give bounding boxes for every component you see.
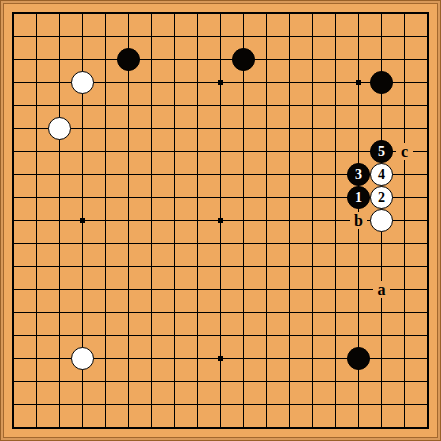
intersection-L17 — [232, 48, 255, 71]
intersection-K3 — [209, 370, 232, 393]
grid-line-vertical — [289, 13, 290, 25]
grid-line-vertical — [381, 13, 382, 25]
grid-line-horizontal — [13, 82, 25, 83]
intersection-R14 — [370, 117, 393, 140]
intersection-G8 — [140, 255, 163, 278]
grid-line-vertical — [36, 186, 37, 209]
grid-line-vertical — [243, 117, 244, 140]
grid-line-vertical — [335, 209, 336, 232]
intersection-L1 — [232, 416, 255, 439]
grid-line-vertical — [82, 13, 83, 25]
intersection-H11 — [163, 186, 186, 209]
grid-line-vertical — [289, 140, 290, 163]
intersection-Q7 — [347, 278, 370, 301]
grid-line-vertical — [335, 25, 336, 48]
grid-line-vertical — [266, 347, 267, 370]
grid-line-vertical — [220, 13, 221, 25]
grid-line-vertical — [59, 186, 60, 209]
grid-line-vertical — [335, 117, 336, 140]
grid-line-vertical — [59, 255, 60, 278]
grid-line-vertical — [404, 278, 405, 301]
grid-line-vertical — [266, 71, 267, 94]
intersection-E14 — [94, 117, 117, 140]
intersection-S6 — [393, 301, 416, 324]
grid-line-horizontal — [13, 289, 25, 290]
intersection-R8 — [370, 255, 393, 278]
intersection-L4 — [232, 347, 255, 370]
intersection-S11 — [393, 186, 416, 209]
intersection-P7 — [324, 278, 347, 301]
grid-line-vertical — [404, 393, 405, 416]
grid-line-vertical — [105, 71, 106, 94]
intersection-N3 — [278, 370, 301, 393]
intersection-J19 — [186, 2, 209, 25]
intersection-A7 — [2, 278, 25, 301]
grid-line-vertical — [151, 393, 152, 416]
intersection-H14 — [163, 117, 186, 140]
intersection-J17 — [186, 48, 209, 71]
grid-line-vertical — [197, 255, 198, 278]
intersection-O10 — [301, 209, 324, 232]
grid-line-vertical — [36, 416, 37, 428]
grid-line-vertical — [312, 186, 313, 209]
grid-line-vertical — [174, 278, 175, 301]
intersection-B17 — [25, 48, 48, 71]
grid-line-vertical — [151, 232, 152, 255]
grid-line-vertical — [82, 232, 83, 255]
grid-line-vertical — [36, 393, 37, 416]
intersection-B12 — [25, 163, 48, 186]
grid-line-vertical — [220, 232, 221, 255]
intersection-O6 — [301, 301, 324, 324]
grid-line-vertical — [243, 13, 244, 25]
point-label-a: a — [373, 281, 390, 298]
intersection-G6 — [140, 301, 163, 324]
grid-line-vertical — [335, 94, 336, 117]
grid-line-vertical — [427, 255, 428, 278]
grid-line-vertical — [151, 209, 152, 232]
grid-line-vertical — [174, 324, 175, 347]
grid-line-vertical — [13, 25, 14, 48]
intersection-P12 — [324, 163, 347, 186]
intersection-J11 — [186, 186, 209, 209]
grid-line-vertical — [151, 71, 152, 94]
intersection-N9 — [278, 232, 301, 255]
grid-line-vertical — [427, 416, 428, 428]
intersection-D5 — [71, 324, 94, 347]
grid-line-vertical — [266, 186, 267, 209]
grid-line-vertical — [266, 163, 267, 186]
intersection-H2 — [163, 393, 186, 416]
grid-line-vertical — [13, 13, 14, 25]
intersection-F12 — [117, 163, 140, 186]
intersection-N11 — [278, 186, 301, 209]
intersection-N14 — [278, 117, 301, 140]
intersection-L18 — [232, 25, 255, 48]
intersection-B15 — [25, 94, 48, 117]
intersection-C10 — [48, 209, 71, 232]
intersection-P8 — [324, 255, 347, 278]
intersection-J7 — [186, 278, 209, 301]
grid-line-vertical — [128, 301, 129, 324]
intersection-P19 — [324, 2, 347, 25]
grid-line-vertical — [13, 186, 14, 209]
star-point-K4 — [218, 356, 223, 361]
grid-line-vertical — [427, 393, 428, 416]
grid-line-vertical — [266, 255, 267, 278]
intersection-L15 — [232, 94, 255, 117]
intersection-F16 — [117, 71, 140, 94]
grid-line-vertical — [128, 25, 129, 48]
intersection-E2 — [94, 393, 117, 416]
grid-line-vertical — [59, 94, 60, 117]
intersection-K18 — [209, 25, 232, 48]
grid-line-vertical — [128, 324, 129, 347]
grid-line-vertical — [151, 140, 152, 163]
intersection-A16 — [2, 71, 25, 94]
intersection-A15 — [2, 94, 25, 117]
intersection-M16 — [255, 71, 278, 94]
intersection-E6 — [94, 301, 117, 324]
grid-line-vertical — [174, 301, 175, 324]
grid-line-vertical — [174, 232, 175, 255]
grid-line-vertical — [36, 163, 37, 186]
grid-line-vertical — [289, 186, 290, 209]
intersection-H10 — [163, 209, 186, 232]
grid-line-vertical — [36, 324, 37, 347]
grid-line-horizontal — [13, 404, 25, 405]
grid-line-vertical — [312, 301, 313, 324]
grid-line-vertical — [289, 370, 290, 393]
intersection-L19 — [232, 2, 255, 25]
intersection-S18 — [393, 25, 416, 48]
grid-line-vertical — [427, 13, 428, 25]
intersection-S4 — [393, 347, 416, 370]
intersection-G5 — [140, 324, 163, 347]
intersection-N10 — [278, 209, 301, 232]
intersection-O3 — [301, 370, 324, 393]
intersection-K6 — [209, 301, 232, 324]
grid-line-vertical — [266, 48, 267, 71]
grid-line-vertical — [427, 48, 428, 71]
grid-line-vertical — [220, 94, 221, 117]
grid-line-horizontal — [13, 335, 25, 336]
intersection-T8 — [416, 255, 439, 278]
intersection-G7 — [140, 278, 163, 301]
intersection-N7 — [278, 278, 301, 301]
intersection-M10 — [255, 209, 278, 232]
grid-line-vertical — [59, 347, 60, 370]
grid-line-vertical — [220, 255, 221, 278]
intersection-D14 — [71, 117, 94, 140]
grid-line-vertical — [381, 301, 382, 324]
grid-line-vertical — [335, 13, 336, 25]
intersection-E4 — [94, 347, 117, 370]
intersection-E8 — [94, 255, 117, 278]
grid-line-vertical — [128, 209, 129, 232]
intersection-N8 — [278, 255, 301, 278]
grid-line-vertical — [197, 117, 198, 140]
grid-line-vertical — [404, 324, 405, 347]
grid-line-vertical — [358, 48, 359, 71]
black-stone-F17 — [117, 48, 140, 71]
grid-line-vertical — [197, 186, 198, 209]
grid-line-horizontal — [13, 427, 25, 428]
grid-line-vertical — [220, 278, 221, 301]
intersection-Q5 — [347, 324, 370, 347]
grid-line-vertical — [427, 232, 428, 255]
intersection-B19 — [25, 2, 48, 25]
grid-line-vertical — [381, 48, 382, 71]
intersection-M8 — [255, 255, 278, 278]
intersection-M7 — [255, 278, 278, 301]
grid-line-vertical — [381, 255, 382, 278]
intersection-J8 — [186, 255, 209, 278]
intersection-T1 — [416, 416, 439, 439]
intersection-T18 — [416, 25, 439, 48]
intersection-T13 — [416, 140, 439, 163]
intersection-Q16 — [347, 71, 370, 94]
grid-line-vertical — [312, 347, 313, 370]
intersection-P3 — [324, 370, 347, 393]
intersection-Q17 — [347, 48, 370, 71]
grid-line-vertical — [105, 278, 106, 301]
intersection-F5 — [117, 324, 140, 347]
grid-line-vertical — [174, 393, 175, 416]
intersection-S10 — [393, 209, 416, 232]
grid-line-vertical — [174, 416, 175, 428]
grid-line-vertical — [381, 347, 382, 370]
grid-line-vertical — [174, 71, 175, 94]
white-stone-R10 — [370, 209, 393, 232]
intersection-N4 — [278, 347, 301, 370]
grid-line-vertical — [82, 163, 83, 186]
black-stone-Q4 — [347, 347, 370, 370]
grid-line-vertical — [312, 48, 313, 71]
intersection-D18 — [71, 25, 94, 48]
grid-line-vertical — [105, 48, 106, 71]
grid-line-vertical — [289, 48, 290, 71]
intersection-J18 — [186, 25, 209, 48]
white-stone-C14 — [48, 117, 71, 140]
intersection-O12 — [301, 163, 324, 186]
intersection-N16 — [278, 71, 301, 94]
intersection-H15 — [163, 94, 186, 117]
intersection-B5 — [25, 324, 48, 347]
intersection-D7 — [71, 278, 94, 301]
intersection-K14 — [209, 117, 232, 140]
grid-line-vertical — [13, 140, 14, 163]
grid-line-vertical — [243, 232, 244, 255]
grid-line-horizontal — [13, 266, 25, 267]
grid-line-vertical — [335, 255, 336, 278]
grid-line-vertical — [197, 232, 198, 255]
grid-line-vertical — [59, 140, 60, 163]
grid-line-vertical — [243, 94, 244, 117]
grid-line-vertical — [243, 370, 244, 393]
intersection-F3 — [117, 370, 140, 393]
intersection-G19 — [140, 2, 163, 25]
grid-line-vertical — [289, 324, 290, 347]
grid-line-vertical — [82, 186, 83, 209]
intersection-Q8 — [347, 255, 370, 278]
intersection-G3 — [140, 370, 163, 393]
grid-line-vertical — [151, 370, 152, 393]
intersection-J16 — [186, 71, 209, 94]
intersection-C1 — [48, 416, 71, 439]
grid-line-vertical — [82, 324, 83, 347]
intersection-A3 — [2, 370, 25, 393]
intersection-S9 — [393, 232, 416, 255]
point-label-b: b — [350, 212, 367, 229]
grid-line-vertical — [427, 163, 428, 186]
grid-line-vertical — [197, 416, 198, 428]
grid-line-vertical — [105, 347, 106, 370]
grid-line-vertical — [151, 94, 152, 117]
intersection-Q15 — [347, 94, 370, 117]
grid-line-vertical — [381, 370, 382, 393]
intersection-E5 — [94, 324, 117, 347]
intersection-B4 — [25, 347, 48, 370]
intersection-P15 — [324, 94, 347, 117]
intersection-Q14 — [347, 117, 370, 140]
intersection-H13 — [163, 140, 186, 163]
intersection-G12 — [140, 163, 163, 186]
grid-line-vertical — [243, 71, 244, 94]
intersection-T7 — [416, 278, 439, 301]
grid-line-vertical — [197, 209, 198, 232]
grid-line-vertical — [243, 25, 244, 48]
grid-line-vertical — [335, 140, 336, 163]
grid-line-vertical — [128, 278, 129, 301]
intersection-H8 — [163, 255, 186, 278]
intersection-K17 — [209, 48, 232, 71]
grid-line-vertical — [289, 232, 290, 255]
intersection-B18 — [25, 25, 48, 48]
grid-line-vertical — [59, 48, 60, 71]
intersection-J12 — [186, 163, 209, 186]
intersection-J4 — [186, 347, 209, 370]
grid-line-vertical — [243, 255, 244, 278]
grid-line-vertical — [335, 278, 336, 301]
grid-line-vertical — [289, 278, 290, 301]
intersection-B1 — [25, 416, 48, 439]
intersection-F17 — [117, 48, 140, 71]
intersection-O14 — [301, 117, 324, 140]
intersection-O7 — [301, 278, 324, 301]
intersection-A12 — [2, 163, 25, 186]
grid-line-vertical — [266, 301, 267, 324]
intersection-H6 — [163, 301, 186, 324]
intersection-P16 — [324, 71, 347, 94]
intersection-E15 — [94, 94, 117, 117]
intersection-J1 — [186, 416, 209, 439]
grid-line-vertical — [36, 301, 37, 324]
grid-line-vertical — [128, 140, 129, 163]
intersection-D12 — [71, 163, 94, 186]
intersection-O13 — [301, 140, 324, 163]
intersection-P1 — [324, 416, 347, 439]
grid-line-vertical — [289, 117, 290, 140]
intersection-T11 — [416, 186, 439, 209]
intersection-E13 — [94, 140, 117, 163]
grid-line-vertical — [128, 186, 129, 209]
intersection-R7: a — [370, 278, 393, 301]
intersection-H1 — [163, 416, 186, 439]
grid-line-vertical — [128, 393, 129, 416]
intersection-D19 — [71, 2, 94, 25]
grid-line-vertical — [243, 301, 244, 324]
intersection-H16 — [163, 71, 186, 94]
grid-line-vertical — [82, 48, 83, 71]
grid-line-vertical — [128, 255, 129, 278]
intersection-M15 — [255, 94, 278, 117]
intersection-H4 — [163, 347, 186, 370]
intersection-L3 — [232, 370, 255, 393]
intersection-J3 — [186, 370, 209, 393]
intersection-S12 — [393, 163, 416, 186]
intersection-S8 — [393, 255, 416, 278]
intersection-B10 — [25, 209, 48, 232]
grid-line-vertical — [59, 416, 60, 428]
grid-line-vertical — [266, 393, 267, 416]
grid-line-vertical — [289, 347, 290, 370]
grid-line-vertical — [289, 25, 290, 48]
intersection-G16 — [140, 71, 163, 94]
intersection-P17 — [324, 48, 347, 71]
intersection-G1 — [140, 416, 163, 439]
intersection-H5 — [163, 324, 186, 347]
intersection-R16 — [370, 71, 393, 94]
grid-line-vertical — [220, 301, 221, 324]
intersection-H3 — [163, 370, 186, 393]
grid-line-vertical — [335, 370, 336, 393]
intersection-A2 — [2, 393, 25, 416]
grid-line-vertical — [266, 370, 267, 393]
intersection-M11 — [255, 186, 278, 209]
grid-line-vertical — [381, 25, 382, 48]
intersection-R2 — [370, 393, 393, 416]
grid-line-vertical — [59, 232, 60, 255]
grid-line-vertical — [404, 370, 405, 393]
intersection-A11 — [2, 186, 25, 209]
intersection-K12 — [209, 163, 232, 186]
white-stone-R11-move-2: 2 — [370, 186, 393, 209]
intersection-M2 — [255, 393, 278, 416]
grid-line-vertical — [312, 25, 313, 48]
intersection-D6 — [71, 301, 94, 324]
intersection-D16 — [71, 71, 94, 94]
grid-line-vertical — [36, 140, 37, 163]
intersection-T17 — [416, 48, 439, 71]
intersection-C12 — [48, 163, 71, 186]
grid-line-vertical — [128, 416, 129, 428]
intersection-L16 — [232, 71, 255, 94]
grid-line-vertical — [151, 278, 152, 301]
grid-line-vertical — [13, 370, 14, 393]
grid-line-vertical — [105, 416, 106, 428]
black-stone-L17 — [232, 48, 255, 71]
grid-line-vertical — [128, 71, 129, 94]
grid-line-vertical — [151, 186, 152, 209]
grid-line-vertical — [128, 117, 129, 140]
intersection-K16 — [209, 71, 232, 94]
intersection-B16 — [25, 71, 48, 94]
grid-line-vertical — [243, 393, 244, 416]
grid-line-vertical — [13, 324, 14, 347]
intersection-L5 — [232, 324, 255, 347]
intersection-S14 — [393, 117, 416, 140]
